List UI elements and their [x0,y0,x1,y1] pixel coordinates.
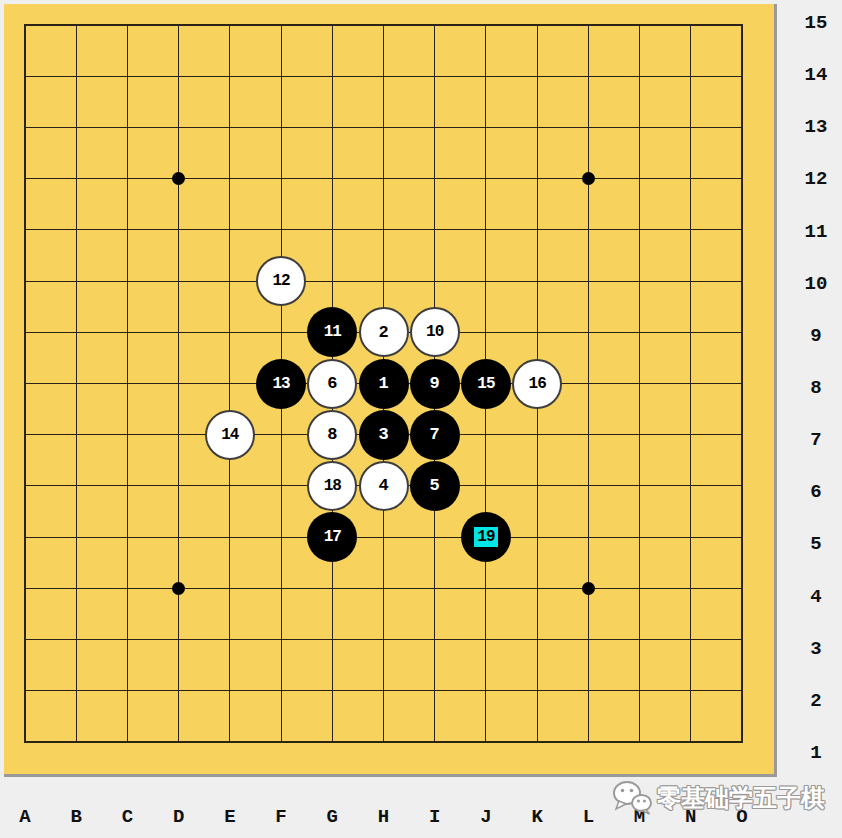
stone-11-black-g9: 11 [307,307,357,357]
board-grid[interactable]: 12345678910111213141516171819 [25,25,742,742]
stone-number: 13 [272,376,289,392]
stone-13-black-f8: 13 [256,359,306,409]
stone-18-white-g6: 18 [307,461,357,511]
stone-9-black-i8: 9 [410,359,460,409]
stone-number: 17 [324,529,341,545]
stone-number: 2 [378,324,388,341]
stone-number: 4 [378,477,388,494]
stone-7-black-i7: 7 [410,410,460,460]
row-label-2: 2 [790,690,842,712]
stone-17-black-g5: 17 [307,512,357,562]
star-point-d12 [172,172,185,185]
stone-8-white-g7: 8 [307,410,357,460]
col-label-A: A [0,805,51,829]
stone-5-black-i6: 5 [410,461,460,511]
star-point-l4 [582,582,595,595]
row-label-1: 1 [790,742,842,764]
stone-number: 3 [378,426,388,443]
stone-number: 11 [324,324,341,340]
stone-number: 18 [324,478,341,494]
watermark: 零基础学五子棋 [612,776,825,820]
row-label-11: 11 [790,221,842,243]
stone-16-white-k8: 16 [512,359,562,409]
col-label-E: E [204,805,256,829]
stone-1-black-h8: 1 [359,359,409,409]
col-label-D: D [153,805,205,829]
row-label-7: 7 [790,429,842,451]
grid-line-vertical [741,24,743,743]
stone-6-white-g8: 6 [307,359,357,409]
col-label-C: C [101,805,153,829]
stone-number: 14 [221,427,238,443]
col-label-I: I [409,805,461,829]
row-label-5: 5 [790,533,842,555]
stone-number: 15 [477,376,494,392]
stone-number: 12 [272,273,289,289]
col-label-H: H [358,805,410,829]
stone-4-white-h6: 4 [359,461,409,511]
row-label-3: 3 [790,638,842,660]
stone-15-black-j8: 15 [461,359,511,409]
stone-12-white-f10: 12 [256,256,306,306]
row-label-4: 4 [790,586,842,608]
col-label-L: L [562,805,614,829]
stone-3-black-h7: 3 [359,410,409,460]
row-label-15: 15 [790,12,842,34]
stone-number: 1 [378,375,388,392]
row-label-9: 9 [790,325,842,347]
stone-2-white-h9: 2 [359,307,409,357]
app-background: 12345678910111213141516171819 1514131211… [0,0,842,838]
stone-number: 7 [430,426,440,443]
col-label-B: B [50,805,102,829]
grid-line-vertical [639,24,640,743]
row-label-10: 10 [790,273,842,295]
row-label-12: 12 [790,168,842,190]
grid-line-vertical [588,24,589,743]
stone-number: 6 [327,375,337,392]
star-point-d4 [172,582,185,595]
col-label-G: G [306,805,358,829]
grid-line-horizontal [24,690,743,691]
row-label-14: 14 [790,64,842,86]
star-point-l12 [582,172,595,185]
col-label-K: K [511,805,563,829]
stone-number: 9 [430,375,440,392]
row-label-13: 13 [790,116,842,138]
stone-10-white-i9: 10 [410,307,460,357]
stone-14-white-e7: 14 [205,410,255,460]
grid-line-horizontal [24,588,743,589]
stone-number: 8 [327,426,337,443]
watermark-text: 零基础学五子棋 [657,782,825,814]
gomoku-board-panel: 12345678910111213141516171819 [4,4,777,777]
stone-number: 16 [529,376,546,392]
col-label-J: J [460,805,512,829]
stone-number: 5 [430,477,440,494]
grid-line-horizontal [24,537,743,538]
grid-line-vertical [690,24,691,743]
grid-line-horizontal [24,741,743,743]
stone-number-last-move: 19 [474,527,497,547]
grid-line-horizontal [24,639,743,640]
row-label-8: 8 [790,377,842,399]
stone-number: 10 [426,324,443,340]
wechat-icon [612,780,652,816]
col-label-F: F [255,805,307,829]
row-label-6: 6 [790,481,842,503]
stone-19-black-j5: 19 [461,512,511,562]
